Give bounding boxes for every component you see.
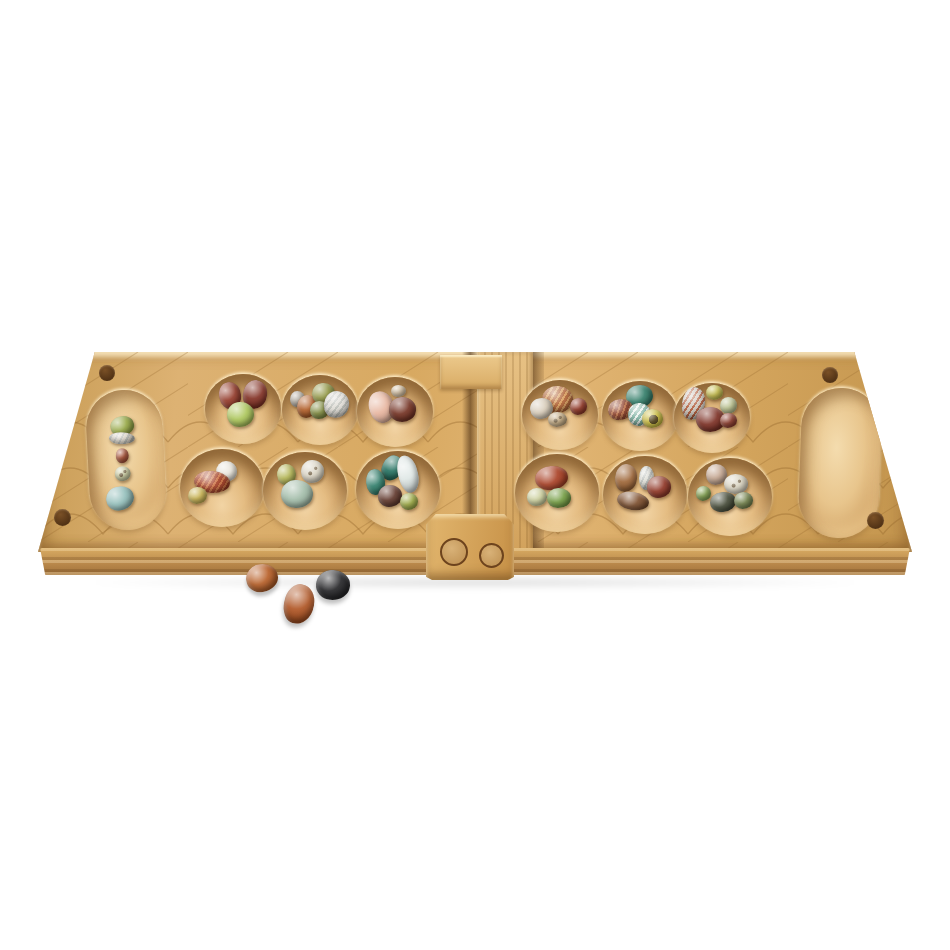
stone: [388, 396, 417, 424]
stone: [188, 487, 207, 504]
stone: [114, 466, 131, 482]
stone: [378, 485, 402, 507]
stone: [527, 488, 547, 506]
hinge-magnet: [479, 543, 504, 568]
stone: [734, 492, 753, 509]
pit-top-5[interactable]: [602, 381, 678, 451]
pit-bottom-1[interactable]: [180, 449, 264, 527]
pit-bottom-3[interactable]: [356, 451, 440, 529]
pit-bottom-2[interactable]: [263, 452, 347, 530]
stone: [280, 479, 314, 509]
stone: [724, 474, 748, 494]
pit-top-6[interactable]: [674, 383, 750, 453]
pit-top-1[interactable]: [205, 374, 281, 444]
pit-bottom-4[interactable]: [515, 454, 599, 532]
stone: [616, 489, 651, 512]
left-store: [84, 388, 167, 532]
stone: [400, 493, 418, 510]
stone: [547, 488, 571, 508]
product-photo-stage: [0, 0, 950, 950]
stone: [104, 484, 136, 513]
stone: [720, 397, 737, 414]
pit-top-2[interactable]: [282, 375, 358, 445]
stone: [720, 413, 737, 428]
stone: [391, 385, 406, 397]
pit-bottom-5[interactable]: [603, 456, 687, 534]
stone: [614, 463, 639, 493]
pit-bottom-6[interactable]: [688, 458, 772, 536]
stone: [109, 432, 135, 445]
corner-plug: [99, 365, 115, 381]
hinge-block: [426, 514, 514, 580]
stone: [548, 412, 567, 427]
pit-top-3[interactable]: [357, 377, 433, 447]
stone: [647, 476, 671, 498]
hinge-tab-top: [440, 355, 502, 389]
stone: [227, 402, 254, 427]
pit-top-4[interactable]: [522, 380, 598, 450]
stone: [301, 460, 324, 483]
stone: [706, 385, 723, 400]
stone: [642, 409, 663, 428]
board-shadow: [70, 576, 880, 589]
corner-plug: [867, 512, 884, 529]
hinge-magnet: [440, 538, 468, 566]
corner-plug: [54, 509, 71, 526]
stone: [696, 486, 711, 501]
stone: [709, 491, 737, 514]
corner-plug: [822, 367, 838, 383]
stone: [115, 448, 129, 464]
stone: [570, 398, 587, 415]
